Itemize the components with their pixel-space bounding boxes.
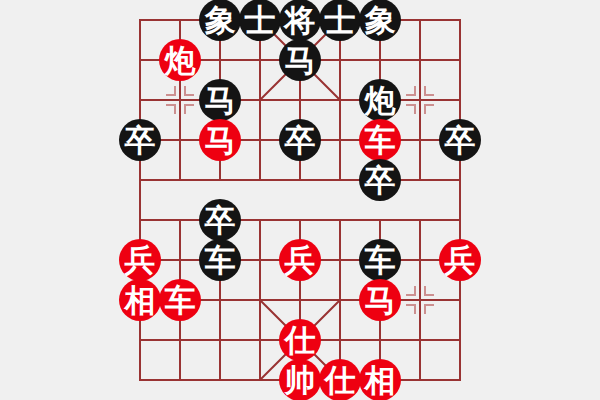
board-grid-line: [459, 19, 461, 381]
piece-red-advisor[interactable]: 仕: [319, 359, 361, 400]
piece-black-pawn[interactable]: 卒: [119, 119, 161, 161]
star-point-corner: [424, 286, 434, 296]
piece-red-chariot[interactable]: 车: [359, 119, 401, 161]
piece-black-elephant[interactable]: 象: [359, 0, 401, 41]
piece-black-advisor[interactable]: 士: [319, 0, 361, 41]
star-point-corner: [406, 286, 416, 296]
piece-black-chariot[interactable]: 车: [359, 239, 401, 281]
piece-black-elephant[interactable]: 象: [199, 0, 241, 41]
piece-red-advisor[interactable]: 仕: [279, 319, 321, 361]
piece-black-pawn[interactable]: 卒: [359, 159, 401, 201]
xiangqi-app-window: 象士将士象炮马马炮卒马卒车卒卒卒兵车兵车兵相车马仕帅仕相: [0, 0, 600, 400]
star-point-marker: [166, 86, 194, 114]
star-point-corner: [184, 104, 194, 114]
piece-black-chariot[interactable]: 车: [199, 239, 241, 281]
xiangqi-board[interactable]: 象士将士象炮马马炮卒马卒车卒卒卒兵车兵车兵相车马仕帅仕相: [0, 0, 600, 400]
star-point-corner: [166, 104, 176, 114]
piece-black-horse[interactable]: 马: [279, 39, 321, 81]
piece-red-pawn[interactable]: 兵: [119, 239, 161, 281]
star-point-corner: [424, 304, 434, 314]
piece-red-elephant[interactable]: 相: [359, 359, 401, 400]
piece-red-cannon[interactable]: 炮: [159, 39, 201, 81]
star-point-corner: [184, 86, 194, 96]
piece-red-pawn[interactable]: 兵: [279, 239, 321, 281]
piece-black-pawn[interactable]: 卒: [279, 119, 321, 161]
piece-red-horse[interactable]: 马: [199, 119, 241, 161]
star-point-corner: [424, 86, 434, 96]
board-grid-line: [139, 19, 141, 381]
piece-black-pawn[interactable]: 卒: [199, 199, 241, 241]
star-point-corner: [406, 104, 416, 114]
star-point-corner: [406, 86, 416, 96]
piece-red-chariot[interactable]: 车: [159, 279, 201, 321]
piece-red-horse[interactable]: 马: [359, 279, 401, 321]
piece-red-elephant[interactable]: 相: [119, 279, 161, 321]
star-point-corner: [166, 86, 176, 96]
piece-red-pawn[interactable]: 兵: [439, 239, 481, 281]
piece-black-pawn[interactable]: 卒: [439, 119, 481, 161]
piece-black-cannon[interactable]: 炮: [359, 79, 401, 121]
star-point-marker: [406, 286, 434, 314]
star-point-corner: [406, 304, 416, 314]
piece-red-general[interactable]: 帅: [279, 359, 321, 400]
piece-black-advisor[interactable]: 士: [239, 0, 281, 41]
star-point-marker: [406, 86, 434, 114]
piece-black-general[interactable]: 将: [279, 0, 321, 41]
piece-black-horse[interactable]: 马: [199, 79, 241, 121]
star-point-corner: [424, 104, 434, 114]
